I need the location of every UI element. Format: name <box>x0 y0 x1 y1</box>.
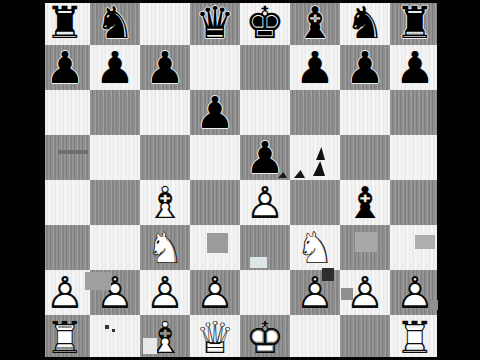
square-c7[interactable]: ♟ <box>140 45 190 90</box>
piece-glyph-outline: ♙ <box>240 180 290 225</box>
square-c5[interactable] <box>140 135 190 180</box>
square-g6[interactable] <box>340 90 390 135</box>
piece-glyph-outline: ♙ <box>40 270 90 315</box>
square-d1[interactable]: ♛♕ <box>190 315 240 360</box>
white-queen[interactable]: ♛♕ <box>190 315 240 360</box>
square-a8[interactable]: ♜ <box>40 0 90 45</box>
square-e6[interactable] <box>240 90 290 135</box>
letterbox-right <box>440 0 480 360</box>
square-b3[interactable] <box>90 225 140 270</box>
white-rook[interactable]: ♜♖ <box>390 315 440 360</box>
white-pawn[interactable]: ♟♙ <box>240 180 290 225</box>
black-bishop[interactable]: ♝ <box>340 180 390 225</box>
square-g1[interactable] <box>340 315 390 360</box>
piece-glyph-outline: ♖ <box>390 315 440 360</box>
compression-artifact <box>415 235 435 249</box>
square-c3[interactable]: ♞♘ <box>140 225 190 270</box>
square-a1[interactable]: ♜♖ <box>40 315 90 360</box>
compression-artifact <box>322 268 334 281</box>
black-pawn[interactable]: ♟ <box>340 45 390 90</box>
square-f3[interactable]: ♞♘ <box>290 225 340 270</box>
piece-glyph-outline: ♖ <box>40 315 90 360</box>
square-c6[interactable] <box>140 90 190 135</box>
square-d6[interactable]: ♟ <box>190 90 240 135</box>
square-b7[interactable]: ♟ <box>90 45 140 90</box>
square-f6[interactable] <box>290 90 340 135</box>
square-d8[interactable]: ♛ <box>190 0 240 45</box>
black-rook[interactable]: ♜ <box>40 0 90 45</box>
square-c4[interactable]: ♝♗ <box>140 180 190 225</box>
white-pawn[interactable]: ♟♙ <box>140 270 190 315</box>
black-rook[interactable]: ♜ <box>390 0 440 45</box>
piece-glyph-outline: ♙ <box>190 270 240 315</box>
square-e1[interactable]: ♚♔ <box>240 315 290 360</box>
black-pawn[interactable]: ♟ <box>40 45 90 90</box>
square-f8[interactable]: ♝ <box>290 0 340 45</box>
white-king[interactable]: ♚♔ <box>240 315 290 360</box>
square-b5[interactable] <box>90 135 140 180</box>
video-frame: ♜♞♛♚♝♞♜♟♟♟♟♟♟♟♟♝♗♟♙♝♞♘♞♘♟♙♟♙♟♙♟♙♟♙♟♙♟♙♜♖… <box>0 0 480 360</box>
square-g8[interactable]: ♞ <box>340 0 390 45</box>
black-queen[interactable]: ♛ <box>190 0 240 45</box>
square-e2[interactable] <box>240 270 290 315</box>
square-a2[interactable]: ♟♙ <box>40 270 90 315</box>
black-pawn[interactable]: ♟ <box>140 45 190 90</box>
square-b1[interactable] <box>90 315 140 360</box>
square-d2[interactable]: ♟♙ <box>190 270 240 315</box>
compression-artifact <box>58 150 88 154</box>
square-b6[interactable] <box>90 90 140 135</box>
square-f1[interactable] <box>290 315 340 360</box>
piece-glyph-outline: ♘ <box>140 225 190 270</box>
compression-artifact <box>112 329 115 332</box>
square-h5[interactable] <box>390 135 440 180</box>
black-pawn[interactable]: ♟ <box>390 45 440 90</box>
square-c8[interactable] <box>140 0 190 45</box>
black-knight[interactable]: ♞ <box>340 0 390 45</box>
square-b8[interactable]: ♞ <box>90 0 140 45</box>
black-king[interactable]: ♚ <box>240 0 290 45</box>
square-e8[interactable]: ♚ <box>240 0 290 45</box>
compression-artifact <box>355 232 377 252</box>
white-knight[interactable]: ♞♘ <box>290 225 340 270</box>
square-g5[interactable] <box>340 135 390 180</box>
square-a5[interactable] <box>40 135 90 180</box>
square-a7[interactable]: ♟ <box>40 45 90 90</box>
square-d4[interactable] <box>190 180 240 225</box>
square-b4[interactable] <box>90 180 140 225</box>
piece-glyph-outline: ♗ <box>140 180 190 225</box>
square-f4[interactable] <box>290 180 340 225</box>
white-knight[interactable]: ♞♘ <box>140 225 190 270</box>
black-pawn[interactable]: ♟ <box>190 90 240 135</box>
square-g7[interactable]: ♟ <box>340 45 390 90</box>
compression-artifact <box>105 325 109 329</box>
black-knight[interactable]: ♞ <box>90 0 140 45</box>
white-bishop[interactable]: ♝♗ <box>140 180 190 225</box>
piece-glyph-outline: ♘ <box>290 225 340 270</box>
square-a6[interactable] <box>40 90 90 135</box>
chess-board: ♜♞♛♚♝♞♜♟♟♟♟♟♟♟♟♝♗♟♙♝♞♘♞♘♟♙♟♙♟♙♟♙♟♙♟♙♟♙♜♖… <box>40 0 440 360</box>
compression-artifact <box>207 233 228 253</box>
black-bishop[interactable]: ♝ <box>290 0 340 45</box>
square-a3[interactable] <box>40 225 90 270</box>
square-h6[interactable] <box>390 90 440 135</box>
black-pawn[interactable]: ♟ <box>290 45 340 90</box>
white-pawn[interactable]: ♟♙ <box>40 270 90 315</box>
compression-artifact <box>341 288 353 300</box>
square-g4[interactable]: ♝ <box>340 180 390 225</box>
black-pawn[interactable]: ♟ <box>90 45 140 90</box>
piece-glyph-outline: ♙ <box>140 270 190 315</box>
white-rook[interactable]: ♜♖ <box>40 315 90 360</box>
piece-glyph-outline: ♕ <box>190 315 240 360</box>
compression-artifact <box>250 257 267 268</box>
square-a4[interactable] <box>40 180 90 225</box>
white-pawn[interactable]: ♟♙ <box>190 270 240 315</box>
square-e7[interactable] <box>240 45 290 90</box>
compression-artifact <box>85 272 111 290</box>
square-c2[interactable]: ♟♙ <box>140 270 190 315</box>
square-f7[interactable]: ♟ <box>290 45 340 90</box>
square-h1[interactable]: ♜♖ <box>390 315 440 360</box>
square-e4[interactable]: ♟♙ <box>240 180 290 225</box>
square-h7[interactable]: ♟ <box>390 45 440 90</box>
board-border-left <box>40 0 45 360</box>
square-h4[interactable] <box>390 180 440 225</box>
square-h8[interactable]: ♜ <box>390 0 440 45</box>
compression-artifact <box>143 338 157 354</box>
compression-artifact <box>430 300 438 310</box>
square-d5[interactable] <box>190 135 240 180</box>
board-border-top <box>40 0 440 3</box>
piece-glyph-outline: ♔ <box>240 315 290 360</box>
letterbox-left <box>0 0 40 360</box>
square-d7[interactable] <box>190 45 240 90</box>
